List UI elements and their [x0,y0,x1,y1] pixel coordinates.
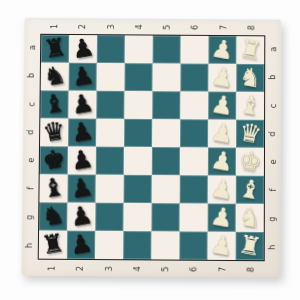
square-g1[interactable]: ♞ [39,202,67,230]
square-d3[interactable] [96,119,124,147]
piece-black-pawn: ♟ [69,145,96,176]
square-f2[interactable]: ♟ [67,174,95,202]
square-f3[interactable] [95,175,123,203]
square-c1[interactable]: ♝ [40,90,68,118]
square-d7[interactable]: ♟ [208,119,236,147]
square-b4[interactable] [124,63,152,91]
piece-white-pawn: ♟ [209,34,236,65]
square-b8[interactable]: ♞ [236,64,264,92]
square-h3[interactable] [95,231,123,259]
piece-black-rook: ♜ [40,229,67,261]
piece-white-pawn: ♟ [209,62,236,93]
piece-black-knight: ♞ [41,61,68,92]
piece-black-knight: ♞ [40,201,67,233]
square-a7[interactable]: ♟ [208,36,236,64]
square-g2[interactable]: ♟ [67,203,95,231]
square-f4[interactable] [124,175,152,203]
piece-black-pawn: ♟ [68,229,95,261]
square-g3[interactable] [95,203,123,231]
piece-white-knight: ♞ [236,202,263,234]
square-b7[interactable]: ♟ [208,64,236,92]
square-a3[interactable] [97,35,125,63]
square-b5[interactable] [152,63,180,91]
square-e5[interactable] [152,147,180,175]
piece-white-pawn: ♟ [208,174,235,206]
square-g5[interactable] [151,203,179,231]
square-g6[interactable] [180,203,208,231]
piece-white-pawn: ♟ [208,146,235,178]
piece-black-king: ♚ [41,145,68,176]
square-b1[interactable]: ♞ [41,63,69,91]
square-d8[interactable]: ♛ [236,120,264,148]
piece-white-bishop: ♝ [236,174,263,206]
square-d2[interactable]: ♟ [68,118,96,146]
square-h1[interactable]: ♜ [39,230,67,258]
square-h2[interactable]: ♟ [67,231,95,259]
square-a1[interactable]: ♜ [41,35,69,63]
product-photo-background: 12345678 12345678 abcdefgh abcdefgh ♜♟♟♜… [0,0,300,300]
square-h8[interactable]: ♜ [236,232,264,260]
file-labels-right: abcdefgh [265,35,282,261]
square-d6[interactable] [180,119,208,147]
square-f1[interactable]: ♝ [39,174,67,202]
square-g4[interactable] [123,203,151,231]
square-e2[interactable]: ♟ [68,146,96,174]
square-d4[interactable] [124,119,152,147]
rank-labels-bottom: 12345678 [38,260,265,278]
square-c4[interactable] [124,91,152,119]
square-d5[interactable] [152,119,180,147]
piece-white-pawn: ♟ [208,230,235,262]
board-grid: ♜♟♟♜♞♟♟♞♝♟♟♝♛♟♟♛♚♟♟♚♝♟♟♝♞♟♟♞♜♟♟♜ [38,34,266,261]
piece-black-bishop: ♝ [40,173,67,204]
piece-white-pawn: ♟ [208,202,235,234]
square-b3[interactable] [97,63,125,91]
piece-black-pawn: ♟ [69,117,96,148]
piece-black-pawn: ♟ [68,173,95,204]
chess-mat: 12345678 12345678 abcdefgh abcdefgh ♜♟♟♜… [21,18,281,278]
square-h5[interactable] [151,231,179,259]
piece-black-queen: ♛ [41,117,68,148]
square-f7[interactable]: ♟ [208,175,236,203]
piece-white-pawn: ♟ [209,118,236,150]
square-h4[interactable] [123,231,151,259]
piece-white-rook: ♜ [237,34,264,65]
piece-white-queen: ♛ [237,118,264,150]
square-d1[interactable]: ♛ [40,118,68,146]
square-g7[interactable]: ♟ [208,203,236,231]
square-c2[interactable]: ♟ [68,91,96,119]
square-e4[interactable] [124,147,152,175]
piece-black-rook: ♜ [42,33,69,64]
square-c6[interactable] [180,91,208,119]
square-b6[interactable] [180,64,208,92]
square-a6[interactable] [180,36,208,64]
square-a2[interactable]: ♟ [69,35,97,63]
square-h7[interactable]: ♟ [207,232,235,260]
square-e3[interactable] [96,147,124,175]
square-a8[interactable]: ♜ [236,36,264,64]
piece-white-rook: ♜ [236,230,263,262]
piece-white-knight: ♞ [237,62,264,93]
piece-black-pawn: ♟ [70,33,97,64]
rank-labels-top: 12345678 [40,18,265,35]
square-c8[interactable]: ♝ [236,92,264,120]
piece-white-pawn: ♟ [209,90,236,121]
square-b2[interactable]: ♟ [69,63,97,91]
piece-black-bishop: ♝ [41,89,68,120]
square-c3[interactable] [96,91,124,119]
square-c7[interactable]: ♟ [208,92,236,120]
square-g8[interactable]: ♞ [236,204,264,232]
square-e7[interactable]: ♟ [208,147,236,175]
square-a4[interactable] [125,35,153,63]
piece-black-pawn: ♟ [69,89,96,120]
piece-white-king: ♚ [236,146,263,178]
square-a5[interactable] [153,36,181,64]
piece-black-pawn: ♟ [68,201,95,233]
square-f5[interactable] [152,175,180,203]
square-e1[interactable]: ♚ [40,146,68,174]
piece-black-pawn: ♟ [69,61,96,92]
square-c5[interactable] [152,91,180,119]
piece-white-bishop: ♝ [237,90,264,121]
square-f6[interactable] [180,175,208,203]
square-e8[interactable]: ♚ [236,148,264,176]
square-e6[interactable] [180,147,208,175]
square-f8[interactable]: ♝ [236,176,264,204]
square-h6[interactable] [179,231,207,259]
